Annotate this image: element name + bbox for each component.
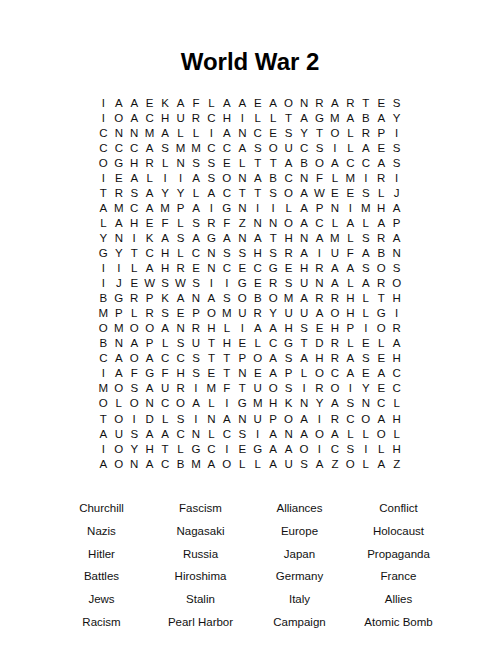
grid-cell-r2c12: L bbox=[265, 110, 280, 125]
grid-cell-r25c20: Z bbox=[389, 456, 404, 471]
grid-cell-r20c16: O bbox=[327, 381, 342, 396]
grid-cell-r21c3: O bbox=[127, 396, 142, 411]
grid-cell-r21c11: M bbox=[250, 396, 265, 411]
grid-cell-r4c20: S bbox=[389, 140, 404, 155]
grid-cell-r6c2: E bbox=[111, 170, 126, 185]
grid-cell-r11c5: H bbox=[157, 245, 172, 260]
grid-cell-r18c20: H bbox=[389, 351, 404, 366]
grid-cell-r3c10: N bbox=[235, 125, 250, 140]
grid-cell-r23c9: C bbox=[219, 426, 234, 441]
grid-cell-r7c4: A bbox=[142, 185, 157, 200]
grid-cell-r10c10: N bbox=[235, 230, 250, 245]
grid-cell-r23c18: L bbox=[358, 426, 373, 441]
grid-cell-r21c6: O bbox=[173, 396, 188, 411]
grid-cell-r10c1: Y bbox=[96, 230, 111, 245]
word-list-item: Pearl Harbor bbox=[151, 611, 250, 634]
grid-cell-r16c6: N bbox=[173, 321, 188, 336]
grid-cell-r5c17: C bbox=[343, 155, 358, 170]
grid-cell-r22c15: I bbox=[312, 411, 327, 426]
grid-cell-r10c3: I bbox=[127, 230, 142, 245]
grid-cell-r24c12: A bbox=[265, 441, 280, 456]
word-list-item: Allies bbox=[349, 588, 448, 611]
grid-cell-r3c11: C bbox=[250, 125, 265, 140]
grid-cell-r5c8: S bbox=[204, 155, 219, 170]
grid-cell-r11c3: T bbox=[127, 245, 142, 260]
grid-cell-r9c6: L bbox=[173, 215, 188, 230]
grid-cell-r8c17: I bbox=[343, 200, 358, 215]
grid-cell-r17c20: A bbox=[389, 336, 404, 351]
grid-cell-r11c19: B bbox=[374, 245, 389, 260]
grid-cell-r3c9: A bbox=[219, 125, 234, 140]
grid-cell-r13c12: R bbox=[265, 276, 280, 291]
grid-cell-r12c4: A bbox=[142, 261, 157, 276]
grid-cell-r11c4: C bbox=[142, 245, 157, 260]
grid-cell-r2c11: L bbox=[250, 110, 265, 125]
grid-cell-r15c1: M bbox=[96, 306, 111, 321]
grid-cell-r13c19: R bbox=[374, 276, 389, 291]
grid-cell-r7c16: E bbox=[327, 185, 342, 200]
grid-cell-r5c12: T bbox=[265, 155, 280, 170]
grid-cell-r8c12: I bbox=[265, 200, 280, 215]
grid-cell-r24c10: E bbox=[235, 441, 250, 456]
word-list-item: Russia bbox=[151, 543, 250, 566]
grid-cell-r8c15: P bbox=[312, 200, 327, 215]
grid-cell-r5c16: A bbox=[327, 155, 342, 170]
grid-cell-r15c12: Y bbox=[265, 306, 280, 321]
grid-cell-r3c18: R bbox=[358, 125, 373, 140]
grid-cell-r15c17: H bbox=[343, 306, 358, 321]
grid-cell-r14c1: B bbox=[96, 291, 111, 306]
grid-cell-r25c7: M bbox=[188, 456, 203, 471]
grid-cell-r4c12: O bbox=[265, 140, 280, 155]
grid-cell-r12c17: A bbox=[343, 261, 358, 276]
grid-cell-r11c6: L bbox=[173, 245, 188, 260]
grid-cell-r18c12: A bbox=[265, 351, 280, 366]
grid-cell-r13c5: S bbox=[157, 276, 172, 291]
grid-cell-r13c4: W bbox=[142, 276, 157, 291]
grid-cell-r2c6: U bbox=[173, 110, 188, 125]
word-list-item: Nazis bbox=[52, 520, 151, 543]
grid-cell-r16c20: R bbox=[389, 321, 404, 336]
grid-cell-r12c20: S bbox=[389, 261, 404, 276]
grid-cell-r12c11: C bbox=[250, 261, 265, 276]
grid-cell-r14c9: S bbox=[219, 291, 234, 306]
grid-cell-r13c10: G bbox=[235, 276, 250, 291]
grid-cell-r17c17: L bbox=[343, 336, 358, 351]
grid-cell-r25c1: A bbox=[96, 456, 111, 471]
grid-cell-r14c3: R bbox=[127, 291, 142, 306]
grid-cell-r1c6: A bbox=[173, 95, 188, 110]
grid-cell-r16c16: H bbox=[327, 321, 342, 336]
grid-cell-r10c9: A bbox=[219, 230, 234, 245]
grid-cell-r19c15: O bbox=[312, 366, 327, 381]
grid-cell-r8c9: G bbox=[219, 200, 234, 215]
grid-cell-r4c4: A bbox=[142, 140, 157, 155]
word-list-item: Europe bbox=[250, 520, 349, 543]
grid-cell-r24c8: C bbox=[204, 441, 219, 456]
grid-cell-r7c12: S bbox=[265, 185, 280, 200]
grid-cell-r18c4: A bbox=[142, 351, 157, 366]
grid-cell-r24c13: A bbox=[281, 441, 296, 456]
grid-cell-r1c10: A bbox=[235, 95, 250, 110]
grid-cell-r20c18: Y bbox=[358, 381, 373, 396]
grid-cell-r14c16: R bbox=[327, 291, 342, 306]
grid-cell-r14c4: P bbox=[142, 291, 157, 306]
grid-cell-r15c14: U bbox=[296, 306, 311, 321]
grid-cell-r6c9: O bbox=[219, 170, 234, 185]
grid-cell-r25c10: L bbox=[235, 456, 250, 471]
grid-cell-r17c11: L bbox=[250, 336, 265, 351]
grid-cell-r7c19: L bbox=[374, 185, 389, 200]
grid-cell-r2c8: C bbox=[204, 110, 219, 125]
grid-cell-r21c10: G bbox=[235, 396, 250, 411]
grid-cell-r17c18: E bbox=[358, 336, 373, 351]
grid-cell-r16c18: I bbox=[358, 321, 373, 336]
grid-cell-r5c11: T bbox=[250, 155, 265, 170]
grid-cell-r14c8: A bbox=[204, 291, 219, 306]
grid-cell-r8c18: M bbox=[358, 200, 373, 215]
grid-cell-r1c16: A bbox=[327, 95, 342, 110]
grid-cell-r5c2: G bbox=[111, 155, 126, 170]
grid-cell-r14c20: H bbox=[389, 291, 404, 306]
grid-cell-r8c10: N bbox=[235, 200, 250, 215]
grid-cell-r23c1: A bbox=[96, 426, 111, 441]
grid-cell-r23c2: U bbox=[111, 426, 126, 441]
grid-cell-r10c20: A bbox=[389, 230, 404, 245]
grid-cell-r9c4: E bbox=[142, 215, 157, 230]
grid-cell-r7c5: Y bbox=[157, 185, 172, 200]
grid-cell-r11c18: A bbox=[358, 245, 373, 260]
grid-cell-r9c18: L bbox=[358, 215, 373, 230]
grid-cell-r14c17: H bbox=[343, 291, 358, 306]
word-list-item: Propaganda bbox=[349, 543, 448, 566]
grid-cell-r20c6: R bbox=[173, 381, 188, 396]
word-list-item: Stalin bbox=[151, 588, 250, 611]
grid-cell-r10c5: A bbox=[157, 230, 172, 245]
grid-cell-r12c7: E bbox=[188, 261, 203, 276]
grid-cell-r24c19: L bbox=[374, 441, 389, 456]
grid-cell-r17c8: T bbox=[204, 336, 219, 351]
grid-cell-r7c10: T bbox=[235, 185, 250, 200]
grid-cell-r16c4: O bbox=[142, 321, 157, 336]
grid-cell-r19c9: T bbox=[219, 366, 234, 381]
grid-cell-r10c16: M bbox=[327, 230, 342, 245]
grid-cell-r11c7: C bbox=[188, 245, 203, 260]
grid-cell-r8c14: A bbox=[296, 200, 311, 215]
grid-cell-r13c16: A bbox=[327, 276, 342, 291]
grid-cell-r11c1: G bbox=[96, 245, 111, 260]
grid-cell-r16c1: O bbox=[96, 321, 111, 336]
grid-cell-r5c15: O bbox=[312, 155, 327, 170]
grid-cell-r16c5: A bbox=[157, 321, 172, 336]
grid-cell-r11c20: N bbox=[389, 245, 404, 260]
grid-cell-r9c16: L bbox=[327, 215, 342, 230]
grid-cell-r4c13: U bbox=[281, 140, 296, 155]
grid-cell-r9c20: P bbox=[389, 215, 404, 230]
grid-cell-r15c7: P bbox=[188, 306, 203, 321]
grid-cell-r10c13: H bbox=[281, 230, 296, 245]
grid-cell-r9c12: N bbox=[265, 215, 280, 230]
word-list-item: Atomic Bomb bbox=[349, 611, 448, 634]
grid-cell-r18c9: T bbox=[219, 351, 234, 366]
grid-cell-r16c11: A bbox=[250, 321, 265, 336]
grid-cell-r13c17: L bbox=[343, 276, 358, 291]
grid-cell-r3c19: P bbox=[374, 125, 389, 140]
grid-cell-r4c3: C bbox=[127, 140, 142, 155]
grid-cell-r20c7: I bbox=[188, 381, 203, 396]
grid-cell-r18c19: E bbox=[374, 351, 389, 366]
grid-cell-r22c7: I bbox=[188, 411, 203, 426]
grid-cell-r18c16: R bbox=[327, 351, 342, 366]
grid-cell-r13c18: A bbox=[358, 276, 373, 291]
grid-cell-r4c8: C bbox=[204, 140, 219, 155]
grid-cell-r21c5: C bbox=[157, 396, 172, 411]
grid-cell-r11c16: U bbox=[327, 245, 342, 260]
grid-cell-r23c15: O bbox=[312, 426, 327, 441]
grid-cell-r13c7: S bbox=[188, 276, 203, 291]
grid-cell-r22c17: C bbox=[343, 411, 358, 426]
grid-cell-r13c6: W bbox=[173, 276, 188, 291]
grid-cell-r21c7: A bbox=[188, 396, 203, 411]
grid-cell-r1c7: F bbox=[188, 95, 203, 110]
grid-cell-r23c3: S bbox=[127, 426, 142, 441]
grid-cell-r2c15: G bbox=[312, 110, 327, 125]
word-list-item: Churchill bbox=[52, 497, 151, 520]
grid-cell-r1c4: E bbox=[142, 95, 157, 110]
grid-cell-r12c19: O bbox=[374, 261, 389, 276]
grid-cell-r2c4: C bbox=[142, 110, 157, 125]
grid-cell-r17c5: L bbox=[157, 336, 172, 351]
grid-cell-r5c19: A bbox=[374, 155, 389, 170]
grid-cell-r10c4: K bbox=[142, 230, 157, 245]
word-list-item: Campaign bbox=[250, 611, 349, 634]
grid-cell-r18c14: A bbox=[296, 351, 311, 366]
grid-cell-r4c6: M bbox=[173, 140, 188, 155]
grid-cell-r14c5: K bbox=[157, 291, 172, 306]
grid-cell-r2c18: B bbox=[358, 110, 373, 125]
grid-cell-r12c10: E bbox=[235, 261, 250, 276]
grid-cell-r21c9: I bbox=[219, 396, 234, 411]
grid-cell-r10c15: A bbox=[312, 230, 327, 245]
grid-cell-r17c16: R bbox=[327, 336, 342, 351]
grid-cell-r5c1: O bbox=[96, 155, 111, 170]
grid-cell-r1c1: I bbox=[96, 95, 111, 110]
grid-cell-r21c12: H bbox=[265, 396, 280, 411]
grid-cell-r25c15: A bbox=[312, 456, 327, 471]
grid-cell-r24c15: I bbox=[312, 441, 327, 456]
grid-cell-r17c19: L bbox=[374, 336, 389, 351]
grid-cell-r16c8: H bbox=[204, 321, 219, 336]
grid-cell-r20c9: F bbox=[219, 381, 234, 396]
grid-cell-r25c19: A bbox=[374, 456, 389, 471]
grid-cell-r6c8: S bbox=[204, 170, 219, 185]
grid-cell-r9c17: A bbox=[343, 215, 358, 230]
grid-cell-r12c14: H bbox=[296, 261, 311, 276]
grid-cell-r5c20: S bbox=[389, 155, 404, 170]
grid-cell-r16c2: M bbox=[111, 321, 126, 336]
grid-cell-r21c20: L bbox=[389, 396, 404, 411]
grid-cell-r21c15: Y bbox=[312, 396, 327, 411]
grid-cell-r16c13: H bbox=[281, 321, 296, 336]
grid-cell-r3c4: M bbox=[142, 125, 157, 140]
grid-cell-r22c9: A bbox=[219, 411, 234, 426]
grid-cell-r25c3: N bbox=[127, 456, 142, 471]
grid-cell-r22c4: D bbox=[142, 411, 157, 426]
grid-cell-r6c12: B bbox=[265, 170, 280, 185]
grid-cell-r14c2: G bbox=[111, 291, 126, 306]
grid-cell-r5c7: S bbox=[188, 155, 203, 170]
grid-cell-r16c19: O bbox=[374, 321, 389, 336]
grid-cell-r25c18: L bbox=[358, 456, 373, 471]
grid-cell-r21c13: K bbox=[281, 396, 296, 411]
grid-cell-r21c14: N bbox=[296, 396, 311, 411]
grid-cell-r14c6: A bbox=[173, 291, 188, 306]
grid-cell-r2c19: A bbox=[374, 110, 389, 125]
grid-cell-r15c4: R bbox=[142, 306, 157, 321]
grid-cell-r9c9: F bbox=[219, 215, 234, 230]
grid-cell-r23c4: A bbox=[142, 426, 157, 441]
grid-cell-r2c5: H bbox=[157, 110, 172, 125]
grid-cell-r25c4: A bbox=[142, 456, 157, 471]
grid-cell-r5c14: B bbox=[296, 155, 311, 170]
grid-cell-r23c6: C bbox=[173, 426, 188, 441]
grid-cell-r4c2: C bbox=[111, 140, 126, 155]
grid-cell-r19c5: F bbox=[157, 366, 172, 381]
grid-cell-r19c2: A bbox=[111, 366, 126, 381]
grid-cell-r15c20: I bbox=[389, 306, 404, 321]
grid-cell-r19c20: C bbox=[389, 366, 404, 381]
grid-cell-r3c12: E bbox=[265, 125, 280, 140]
word-list-item: Fascism bbox=[151, 497, 250, 520]
grid-cell-r21c19: C bbox=[374, 396, 389, 411]
grid-cell-r4c10: A bbox=[235, 140, 250, 155]
grid-cell-r16c17: P bbox=[343, 321, 358, 336]
grid-cell-r1c11: E bbox=[250, 95, 265, 110]
grid-cell-r3c15: T bbox=[312, 125, 327, 140]
grid-cell-r5c18: C bbox=[358, 155, 373, 170]
grid-cell-r6c10: N bbox=[235, 170, 250, 185]
grid-cell-r10c8: G bbox=[204, 230, 219, 245]
grid-cell-r12c18: S bbox=[358, 261, 373, 276]
grid-cell-r3c6: L bbox=[173, 125, 188, 140]
grid-cell-r19c11: E bbox=[250, 366, 265, 381]
grid-cell-r12c16: A bbox=[327, 261, 342, 276]
grid-cell-r22c8: N bbox=[204, 411, 219, 426]
grid-cell-r21c4: N bbox=[142, 396, 157, 411]
grid-cell-r8c2: M bbox=[111, 200, 126, 215]
grid-cell-r4c15: S bbox=[312, 140, 327, 155]
grid-cell-r18c11: O bbox=[250, 351, 265, 366]
grid-cell-r22c11: U bbox=[250, 411, 265, 426]
grid-cell-r7c8: A bbox=[204, 185, 219, 200]
grid-cell-r4c7: M bbox=[188, 140, 203, 155]
grid-cell-r8c13: L bbox=[281, 200, 296, 215]
grid-cell-r10c19: R bbox=[374, 230, 389, 245]
grid-cell-r1c2: A bbox=[111, 95, 126, 110]
grid-cell-r11c10: S bbox=[235, 245, 250, 260]
grid-cell-r5c5: L bbox=[157, 155, 172, 170]
word-list-item: Alliances bbox=[250, 497, 349, 520]
grid-cell-r24c1: I bbox=[96, 441, 111, 456]
grid-cell-r7c2: R bbox=[111, 185, 126, 200]
grid-cell-r19c10: N bbox=[235, 366, 250, 381]
grid-cell-r8c20: A bbox=[389, 200, 404, 215]
grid-cell-r2c14: A bbox=[296, 110, 311, 125]
grid-cell-r10c11: A bbox=[250, 230, 265, 245]
word-list-item: France bbox=[349, 565, 448, 588]
grid-cell-r7c17: E bbox=[343, 185, 358, 200]
grid-cell-r23c17: L bbox=[343, 426, 358, 441]
grid-cell-r14c7: N bbox=[188, 291, 203, 306]
word-list-item: Germany bbox=[250, 565, 349, 588]
grid-cell-r3c5: A bbox=[157, 125, 172, 140]
grid-cell-r15c13: U bbox=[281, 306, 296, 321]
grid-cell-r9c1: L bbox=[96, 215, 111, 230]
grid-cell-r5c3: H bbox=[127, 155, 142, 170]
grid-cell-r18c2: A bbox=[111, 351, 126, 366]
grid-cell-r18c8: T bbox=[204, 351, 219, 366]
grid-cell-r16c3: O bbox=[127, 321, 142, 336]
grid-cell-r17c10: E bbox=[235, 336, 250, 351]
grid-cell-r23c20: L bbox=[389, 426, 404, 441]
grid-cell-r1c17: R bbox=[343, 95, 358, 110]
grid-cell-r18c5: C bbox=[157, 351, 172, 366]
grid-cell-r20c17: I bbox=[343, 381, 358, 396]
grid-cell-r19c17: A bbox=[343, 366, 358, 381]
grid-cell-r22c1: T bbox=[96, 411, 111, 426]
grid-cell-r14c13: M bbox=[281, 291, 296, 306]
grid-cell-r18c10: P bbox=[235, 351, 250, 366]
grid-cell-r22c10: N bbox=[235, 411, 250, 426]
grid-cell-r20c2: O bbox=[111, 381, 126, 396]
grid-cell-r14c15: R bbox=[312, 291, 327, 306]
grid-cell-r18c18: S bbox=[358, 351, 373, 366]
grid-cell-r22c19: A bbox=[374, 411, 389, 426]
grid-cell-r5c13: A bbox=[281, 155, 296, 170]
grid-cell-r24c4: H bbox=[142, 441, 157, 456]
grid-cell-r12c13: E bbox=[281, 261, 296, 276]
grid-cell-r8c8: I bbox=[204, 200, 219, 215]
grid-cell-r22c12: P bbox=[265, 411, 280, 426]
grid-cell-r11c13: R bbox=[281, 245, 296, 260]
grid-cell-r10c12: T bbox=[265, 230, 280, 245]
grid-cell-r6c3: A bbox=[127, 170, 142, 185]
word-list-item: Italy bbox=[250, 588, 349, 611]
grid-cell-r7c7: L bbox=[188, 185, 203, 200]
grid-cell-r18c1: C bbox=[96, 351, 111, 366]
word-list: ChurchillFascismAlliancesConflictNazisNa… bbox=[52, 497, 448, 633]
grid-cell-r25c5: C bbox=[157, 456, 172, 471]
word-list-item: Racism bbox=[52, 611, 151, 634]
grid-cell-r15c3: L bbox=[127, 306, 142, 321]
grid-cell-r15c9: M bbox=[219, 306, 234, 321]
grid-cell-r23c8: L bbox=[204, 426, 219, 441]
grid-cell-r13c8: I bbox=[204, 276, 219, 291]
grid-cell-r20c4: A bbox=[142, 381, 157, 396]
grid-cell-r9c13: O bbox=[281, 215, 296, 230]
grid-cell-r25c8: A bbox=[204, 456, 219, 471]
grid-cell-r19c3: F bbox=[127, 366, 142, 381]
grid-cell-r16c12: A bbox=[265, 321, 280, 336]
grid-cell-r8c4: A bbox=[142, 200, 157, 215]
grid-cell-r9c8: R bbox=[204, 215, 219, 230]
grid-cell-r5c6: N bbox=[173, 155, 188, 170]
grid-cell-r11c17: F bbox=[343, 245, 358, 260]
grid-cell-r4c17: L bbox=[343, 140, 358, 155]
grid-cell-r22c5: L bbox=[157, 411, 172, 426]
grid-cell-r13c14: U bbox=[296, 276, 311, 291]
grid-cell-r23c14: A bbox=[296, 426, 311, 441]
